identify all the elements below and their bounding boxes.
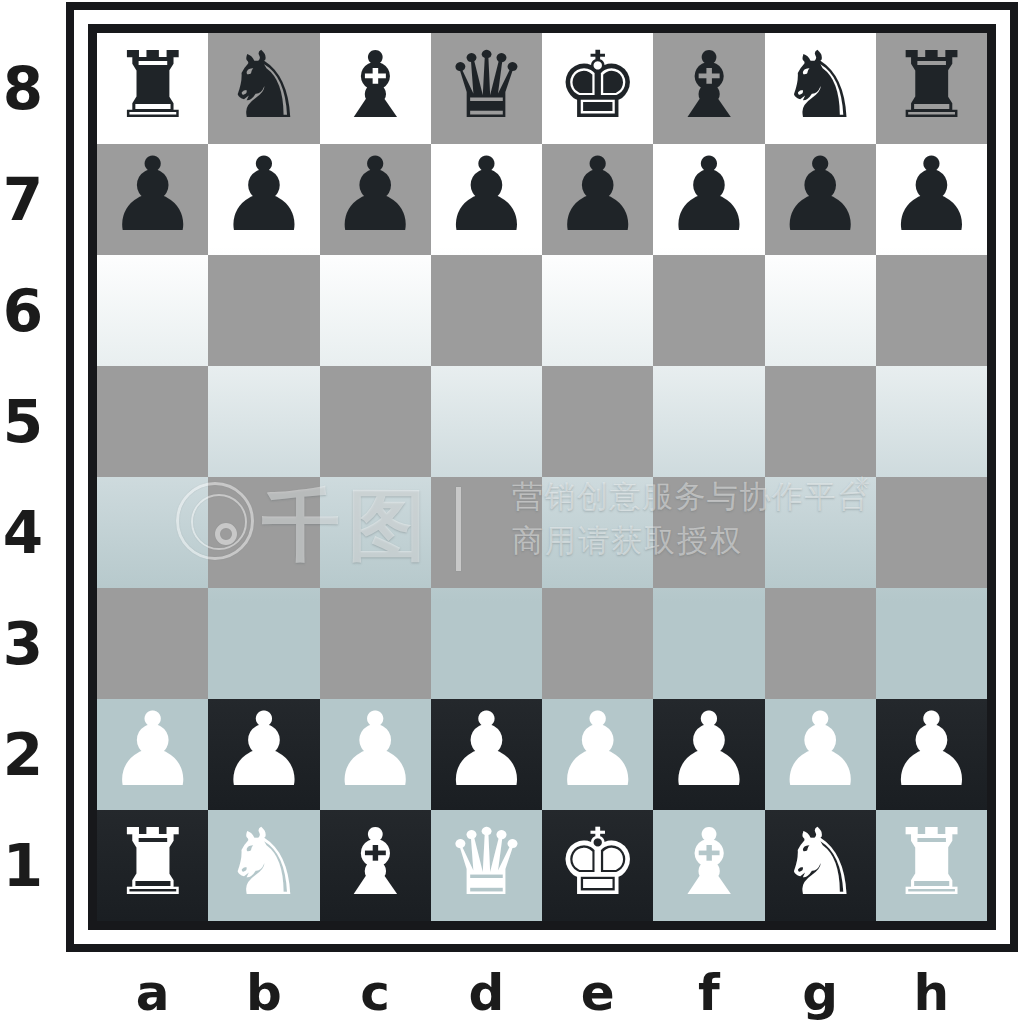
rank-labels: 87654321 xyxy=(0,33,46,921)
square-e4[interactable] xyxy=(542,477,653,588)
square-b4[interactable] xyxy=(208,477,319,588)
rank-label-6: 6 xyxy=(0,255,46,366)
piece-black-queen-d8: ♛ xyxy=(445,40,527,132)
piece-black-knight-b8: ♞ xyxy=(223,40,305,132)
square-f7[interactable]: ♟ xyxy=(653,144,764,255)
square-h8[interactable]: ♜ xyxy=(876,33,987,144)
piece-black-pawn-a7: ♟ xyxy=(107,144,198,246)
square-a5[interactable] xyxy=(97,366,208,477)
rank-label-5: 5 xyxy=(0,366,46,477)
square-h5[interactable] xyxy=(876,366,987,477)
square-f2[interactable]: ♟ xyxy=(653,699,764,810)
piece-white-pawn-b2: ♟ xyxy=(218,699,309,801)
square-c4[interactable] xyxy=(320,477,431,588)
file-label-h: h xyxy=(876,960,987,1026)
square-f5[interactable] xyxy=(653,366,764,477)
file-label-c: c xyxy=(320,960,431,1026)
file-label-b: b xyxy=(208,960,319,1026)
piece-black-pawn-e7: ♟ xyxy=(552,144,643,246)
square-h3[interactable] xyxy=(876,588,987,699)
square-g3[interactable] xyxy=(765,588,876,699)
square-g6[interactable] xyxy=(765,255,876,366)
piece-white-pawn-a2: ♟ xyxy=(107,699,198,801)
piece-black-pawn-f7: ♟ xyxy=(663,144,754,246)
file-label-g: g xyxy=(765,960,876,1026)
square-e6[interactable] xyxy=(542,255,653,366)
piece-white-pawn-e2: ♟ xyxy=(552,699,643,801)
board-outer-frame: ♜♞♝♛♚♝♞♜♟♟♟♟♟♟♟♟♟♟♟♟♟♟♟♟♜♞♝♛♚♝♞♜ xyxy=(66,2,1018,952)
chess-board: ♜♞♝♛♚♝♞♜♟♟♟♟♟♟♟♟♟♟♟♟♟♟♟♟♜♞♝♛♚♝♞♜ xyxy=(97,33,987,921)
rank-label-4: 4 xyxy=(0,477,46,588)
rank-label-3: 3 xyxy=(0,588,46,699)
square-g8[interactable]: ♞ xyxy=(765,33,876,144)
square-f3[interactable] xyxy=(653,588,764,699)
piece-white-knight-g1: ♞ xyxy=(779,817,861,909)
square-c2[interactable]: ♟ xyxy=(320,699,431,810)
piece-black-bishop-c8: ♝ xyxy=(334,40,416,132)
piece-white-rook-h1: ♜ xyxy=(890,817,972,909)
piece-black-king-e8: ♚ xyxy=(556,40,638,132)
board-inner-frame: ♜♞♝♛♚♝♞♜♟♟♟♟♟♟♟♟♟♟♟♟♟♟♟♟♜♞♝♛♚♝♞♜ xyxy=(88,24,996,930)
piece-white-pawn-h2: ♟ xyxy=(886,699,977,801)
square-c3[interactable] xyxy=(320,588,431,699)
file-label-a: a xyxy=(97,960,208,1026)
piece-white-queen-d1: ♛ xyxy=(445,817,527,909)
square-a4[interactable] xyxy=(97,477,208,588)
file-labels: abcdefgh xyxy=(97,960,987,1026)
square-d3[interactable] xyxy=(431,588,542,699)
square-g5[interactable] xyxy=(765,366,876,477)
rank-label-2: 2 xyxy=(0,699,46,810)
file-label-f: f xyxy=(653,960,764,1026)
square-f4[interactable] xyxy=(653,477,764,588)
square-a8[interactable]: ♜ xyxy=(97,33,208,144)
square-b7[interactable]: ♟ xyxy=(208,144,319,255)
square-b6[interactable] xyxy=(208,255,319,366)
piece-black-pawn-c7: ♟ xyxy=(329,144,420,246)
square-a2[interactable]: ♟ xyxy=(97,699,208,810)
square-g7[interactable]: ♟ xyxy=(765,144,876,255)
piece-black-knight-g8: ♞ xyxy=(779,40,861,132)
piece-white-king-e1: ♚ xyxy=(556,817,638,909)
square-h7[interactable]: ♟ xyxy=(876,144,987,255)
square-f1[interactable]: ♝ xyxy=(653,810,764,921)
square-c5[interactable] xyxy=(320,366,431,477)
piece-white-rook-a1: ♜ xyxy=(111,817,193,909)
square-d5[interactable] xyxy=(431,366,542,477)
piece-black-pawn-d7: ♟ xyxy=(441,144,532,246)
piece-white-pawn-c2: ♟ xyxy=(329,699,420,801)
square-a3[interactable] xyxy=(97,588,208,699)
rank-label-7: 7 xyxy=(0,144,46,255)
square-g2[interactable]: ♟ xyxy=(765,699,876,810)
square-e7[interactable]: ♟ xyxy=(542,144,653,255)
square-e8[interactable]: ♚ xyxy=(542,33,653,144)
square-h1[interactable]: ♜ xyxy=(876,810,987,921)
square-d8[interactable]: ♛ xyxy=(431,33,542,144)
square-g1[interactable]: ♞ xyxy=(765,810,876,921)
square-b2[interactable]: ♟ xyxy=(208,699,319,810)
square-b5[interactable] xyxy=(208,366,319,477)
square-c1[interactable]: ♝ xyxy=(320,810,431,921)
piece-white-pawn-g2: ♟ xyxy=(774,699,865,801)
piece-white-bishop-f1: ♝ xyxy=(668,817,750,909)
square-c7[interactable]: ♟ xyxy=(320,144,431,255)
piece-white-knight-b1: ♞ xyxy=(223,817,305,909)
square-e2[interactable]: ♟ xyxy=(542,699,653,810)
square-a1[interactable]: ♜ xyxy=(97,810,208,921)
piece-black-pawn-h7: ♟ xyxy=(886,144,977,246)
square-e1[interactable]: ♚ xyxy=(542,810,653,921)
piece-black-pawn-g7: ♟ xyxy=(774,144,865,246)
square-a7[interactable]: ♟ xyxy=(97,144,208,255)
square-a6[interactable] xyxy=(97,255,208,366)
square-h6[interactable] xyxy=(876,255,987,366)
square-b1[interactable]: ♞ xyxy=(208,810,319,921)
square-g4[interactable] xyxy=(765,477,876,588)
square-d4[interactable] xyxy=(431,477,542,588)
square-h2[interactable]: ♟ xyxy=(876,699,987,810)
square-d6[interactable] xyxy=(431,255,542,366)
square-d2[interactable]: ♟ xyxy=(431,699,542,810)
piece-black-rook-h8: ♜ xyxy=(890,40,972,132)
piece-black-pawn-b7: ♟ xyxy=(218,144,309,246)
file-label-d: d xyxy=(431,960,542,1026)
piece-white-bishop-c1: ♝ xyxy=(334,817,416,909)
square-e5[interactable] xyxy=(542,366,653,477)
square-c8[interactable]: ♝ xyxy=(320,33,431,144)
square-d7[interactable]: ♟ xyxy=(431,144,542,255)
square-d1[interactable]: ♛ xyxy=(431,810,542,921)
square-b8[interactable]: ♞ xyxy=(208,33,319,144)
file-label-e: e xyxy=(542,960,653,1026)
piece-black-rook-a8: ♜ xyxy=(111,40,193,132)
square-e3[interactable] xyxy=(542,588,653,699)
piece-black-bishop-f8: ♝ xyxy=(668,40,750,132)
rank-label-8: 8 xyxy=(0,33,46,144)
square-f8[interactable]: ♝ xyxy=(653,33,764,144)
square-b3[interactable] xyxy=(208,588,319,699)
piece-white-pawn-d2: ♟ xyxy=(441,699,532,801)
square-f6[interactable] xyxy=(653,255,764,366)
square-h4[interactable] xyxy=(876,477,987,588)
rank-label-1: 1 xyxy=(0,810,46,921)
piece-white-pawn-f2: ♟ xyxy=(663,699,754,801)
square-c6[interactable] xyxy=(320,255,431,366)
